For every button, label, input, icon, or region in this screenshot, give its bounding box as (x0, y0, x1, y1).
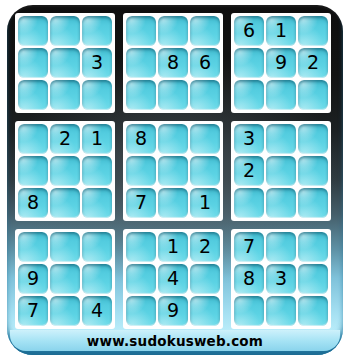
given-digit: 8 (27, 193, 39, 212)
given-digit: 3 (91, 53, 103, 72)
cell-r1c2[interactable] (50, 16, 80, 46)
cell-r7c1[interactable] (18, 232, 48, 262)
cell-r7c9[interactable] (298, 232, 328, 262)
cell-r6c4[interactable]: 7 (126, 188, 156, 218)
cell-r1c6[interactable] (190, 16, 220, 46)
cell-r6c3[interactable] (82, 188, 112, 218)
cell-r4c4[interactable]: 8 (126, 124, 156, 154)
cell-r3c6[interactable] (190, 80, 220, 110)
cell-r8c6[interactable] (190, 264, 220, 294)
cell-r9c1[interactable]: 7 (18, 296, 48, 326)
box-3-2: 1249 (123, 229, 223, 329)
cell-r2c3[interactable]: 3 (82, 48, 112, 78)
cell-r6c6[interactable]: 1 (190, 188, 220, 218)
given-digit: 8 (243, 269, 255, 288)
cell-r8c1[interactable]: 9 (18, 264, 48, 294)
footer-bar: www.sudokusweb.com (10, 330, 340, 351)
cell-r3c1[interactable] (18, 80, 48, 110)
cell-r1c4[interactable] (126, 16, 156, 46)
cell-r9c8[interactable] (266, 296, 296, 326)
box-1-2: 86 (123, 13, 223, 113)
given-digit: 3 (275, 269, 287, 288)
cell-r3c9[interactable] (298, 80, 328, 110)
cell-r4c3[interactable]: 1 (82, 124, 112, 154)
cell-r8c4[interactable] (126, 264, 156, 294)
cell-r7c6[interactable]: 2 (190, 232, 220, 262)
cell-r4c9[interactable] (298, 124, 328, 154)
cell-r6c7[interactable] (234, 188, 264, 218)
box-3-3: 783 (231, 229, 331, 329)
given-digit: 3 (243, 129, 255, 148)
cell-r7c8[interactable] (266, 232, 296, 262)
given-digit: 2 (243, 161, 255, 180)
cell-r9c4[interactable] (126, 296, 156, 326)
cell-r5c2[interactable] (50, 156, 80, 186)
box-2-3: 32 (231, 121, 331, 221)
box-3-1: 974 (15, 229, 115, 329)
cell-r2c6[interactable]: 6 (190, 48, 220, 78)
cell-r7c7[interactable]: 7 (234, 232, 264, 262)
given-digit: 9 (27, 269, 39, 288)
given-digit: 1 (167, 237, 179, 256)
given-digit: 2 (199, 237, 211, 256)
cell-r1c5[interactable] (158, 16, 188, 46)
cell-r1c9[interactable] (298, 16, 328, 46)
given-digit: 2 (307, 53, 319, 72)
cell-r3c7[interactable] (234, 80, 264, 110)
cell-r8c5[interactable]: 4 (158, 264, 188, 294)
given-digit: 8 (167, 53, 179, 72)
cell-r2c7[interactable] (234, 48, 264, 78)
cell-r6c8[interactable] (266, 188, 296, 218)
cell-r7c4[interactable] (126, 232, 156, 262)
website-link[interactable]: www.sudokusweb.com (87, 333, 263, 349)
cell-r4c1[interactable] (18, 124, 48, 154)
cell-r7c3[interactable] (82, 232, 112, 262)
cell-r4c8[interactable] (266, 124, 296, 154)
cell-r3c8[interactable] (266, 80, 296, 110)
given-digit: 6 (243, 21, 255, 40)
cell-r9c5[interactable]: 9 (158, 296, 188, 326)
cell-r3c4[interactable] (126, 80, 156, 110)
given-digit: 9 (275, 53, 287, 72)
given-digit: 7 (27, 301, 39, 320)
cell-r5c4[interactable] (126, 156, 156, 186)
given-digit: 4 (91, 301, 103, 320)
cell-r9c6[interactable] (190, 296, 220, 326)
cell-r9c3[interactable]: 4 (82, 296, 112, 326)
cell-r1c8[interactable]: 1 (266, 16, 296, 46)
cell-r5c5[interactable] (158, 156, 188, 186)
cell-r2c9[interactable]: 2 (298, 48, 328, 78)
cell-r8c9[interactable] (298, 264, 328, 294)
box-2-2: 871 (123, 121, 223, 221)
cell-r2c2[interactable] (50, 48, 80, 78)
cell-r1c3[interactable] (82, 16, 112, 46)
given-digit: 7 (243, 237, 255, 256)
cell-r8c7[interactable]: 8 (234, 264, 264, 294)
cell-r2c1[interactable] (18, 48, 48, 78)
given-digit: 8 (135, 129, 147, 148)
cell-r2c5[interactable]: 8 (158, 48, 188, 78)
cell-r4c7[interactable]: 3 (234, 124, 264, 154)
given-digit: 7 (135, 193, 147, 212)
cell-r5c3[interactable] (82, 156, 112, 186)
cell-r4c5[interactable] (158, 124, 188, 154)
given-digit: 6 (199, 53, 211, 72)
sudoku-board: 3866192218871329741249783 (15, 13, 331, 329)
box-1-1: 3 (15, 13, 115, 113)
cell-r6c9[interactable] (298, 188, 328, 218)
cell-r9c9[interactable] (298, 296, 328, 326)
cell-r5c9[interactable] (298, 156, 328, 186)
cell-r6c2[interactable] (50, 188, 80, 218)
cell-r1c1[interactable] (18, 16, 48, 46)
cell-r5c8[interactable] (266, 156, 296, 186)
cell-r3c5[interactable] (158, 80, 188, 110)
cell-r7c2[interactable] (50, 232, 80, 262)
box-2-1: 218 (15, 121, 115, 221)
cell-r5c7[interactable]: 2 (234, 156, 264, 186)
given-digit: 4 (167, 269, 179, 288)
cell-r2c8[interactable]: 9 (266, 48, 296, 78)
given-digit: 1 (275, 21, 287, 40)
cell-r6c1[interactable]: 8 (18, 188, 48, 218)
cell-r5c1[interactable] (18, 156, 48, 186)
box-1-3: 6192 (231, 13, 331, 113)
cell-r8c3[interactable] (82, 264, 112, 294)
cell-r2c4[interactable] (126, 48, 156, 78)
board-frame: 3866192218871329741249783 www.sudokusweb… (7, 5, 343, 355)
cell-r1c7[interactable]: 6 (234, 16, 264, 46)
cell-r5c6[interactable] (190, 156, 220, 186)
cell-r6c5[interactable] (158, 188, 188, 218)
given-digit: 9 (167, 301, 179, 320)
given-digit: 1 (199, 193, 211, 212)
cell-r9c7[interactable] (234, 296, 264, 326)
cell-r3c3[interactable] (82, 80, 112, 110)
cell-r4c6[interactable] (190, 124, 220, 154)
cell-r3c2[interactable] (50, 80, 80, 110)
cell-r9c2[interactable] (50, 296, 80, 326)
given-digit: 2 (59, 129, 71, 148)
cell-r4c2[interactable]: 2 (50, 124, 80, 154)
cell-r8c8[interactable]: 3 (266, 264, 296, 294)
given-digit: 1 (91, 129, 103, 148)
cell-r8c2[interactable] (50, 264, 80, 294)
cell-r7c5[interactable]: 1 (158, 232, 188, 262)
